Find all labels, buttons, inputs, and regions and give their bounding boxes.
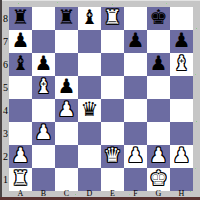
frame-left-edge — [0, 0, 2, 200]
square-b4[interactable] — [32, 99, 55, 122]
piece-black-pawn[interactable]: ♟ — [58, 76, 76, 98]
square-e3[interactable] — [101, 122, 124, 145]
rank-label-7: 7 — [2, 30, 9, 53]
square-g3[interactable] — [147, 122, 170, 145]
square-c8[interactable]: ♜ — [55, 7, 78, 30]
square-h3[interactable] — [170, 122, 193, 145]
frame-speckles — [0, 0, 1, 1]
square-c4[interactable]: ♟ — [55, 99, 78, 122]
square-h8[interactable] — [170, 7, 193, 30]
piece-black-king[interactable]: ♚ — [150, 7, 168, 29]
piece-white-pawn[interactable]: ♟ — [12, 145, 30, 167]
square-b6[interactable]: ♟ — [32, 53, 55, 76]
piece-white-pawn[interactable]: ♟ — [127, 145, 145, 167]
square-f1[interactable] — [124, 168, 147, 191]
piece-black-pawn[interactable]: ♟ — [150, 53, 168, 75]
square-h1[interactable] — [170, 168, 193, 191]
piece-black-rook[interactable]: ♜ — [58, 7, 76, 29]
piece-black-pawn[interactable]: ♟ — [12, 30, 30, 52]
square-a6[interactable]: ♝ — [9, 53, 32, 76]
piece-white-pawn[interactable]: ♟ — [173, 145, 191, 167]
rank-label-6: 6 — [2, 53, 9, 76]
square-h7[interactable]: ♟ — [170, 30, 193, 53]
rank-label-2: 2 — [2, 145, 9, 168]
square-g6[interactable]: ♟ — [147, 53, 170, 76]
square-d1[interactable] — [78, 168, 101, 191]
square-f2[interactable]: ♟ — [124, 145, 147, 168]
square-a3[interactable] — [9, 122, 32, 145]
piece-white-pawn[interactable]: ♟ — [150, 145, 168, 167]
square-c1[interactable] — [55, 168, 78, 191]
square-f6[interactable] — [124, 53, 147, 76]
square-c5[interactable]: ♟ — [55, 76, 78, 99]
square-d4[interactable]: ♛ — [78, 99, 101, 122]
square-b2[interactable] — [32, 145, 55, 168]
piece-black-bishop[interactable]: ♝ — [81, 7, 99, 29]
square-f8[interactable] — [124, 7, 147, 30]
piece-white-queen[interactable]: ♛ — [104, 145, 122, 167]
piece-black-rook[interactable]: ♜ — [12, 7, 30, 29]
square-g1[interactable]: ♚ — [147, 168, 170, 191]
square-a2[interactable]: ♟ — [9, 145, 32, 168]
square-c7[interactable] — [55, 30, 78, 53]
chessboard-frame: 87654321 ♜♜♝♜♚♟♟♟♝♟♟♝♝♟♟♛♟♟♛♟♟♟♜♚ ABCDEF… — [0, 0, 200, 200]
square-f3[interactable] — [124, 122, 147, 145]
square-b3[interactable]: ♟ — [32, 122, 55, 145]
square-d2[interactable] — [78, 145, 101, 168]
square-a1[interactable]: ♜ — [9, 168, 32, 191]
piece-white-pawn[interactable]: ♟ — [58, 99, 76, 121]
piece-white-rook[interactable]: ♜ — [104, 7, 122, 29]
square-d5[interactable] — [78, 76, 101, 99]
square-e7[interactable] — [101, 30, 124, 53]
square-a7[interactable]: ♟ — [9, 30, 32, 53]
square-g7[interactable] — [147, 30, 170, 53]
square-a4[interactable] — [9, 99, 32, 122]
piece-black-bishop[interactable]: ♝ — [12, 53, 30, 75]
square-f5[interactable] — [124, 76, 147, 99]
square-c2[interactable] — [55, 145, 78, 168]
square-d3[interactable] — [78, 122, 101, 145]
piece-black-queen[interactable]: ♛ — [81, 99, 99, 121]
frame-bottom-edge — [0, 197, 200, 200]
rank-label-5: 5 — [2, 76, 9, 99]
rank-label-3: 3 — [2, 122, 9, 145]
square-e8[interactable]: ♜ — [101, 7, 124, 30]
square-g5[interactable] — [147, 76, 170, 99]
piece-black-pawn[interactable]: ♟ — [35, 53, 53, 75]
piece-white-bishop[interactable]: ♝ — [35, 76, 53, 98]
square-d7[interactable] — [78, 30, 101, 53]
square-c3[interactable] — [55, 122, 78, 145]
square-d8[interactable]: ♝ — [78, 7, 101, 30]
square-f7[interactable]: ♟ — [124, 30, 147, 53]
square-c6[interactable] — [55, 53, 78, 76]
square-e6[interactable] — [101, 53, 124, 76]
square-e1[interactable] — [101, 168, 124, 191]
frame-top-highlight — [0, 0, 200, 1]
square-h5[interactable] — [170, 76, 193, 99]
square-e5[interactable] — [101, 76, 124, 99]
piece-white-bishop[interactable]: ♝ — [173, 53, 191, 75]
square-b7[interactable] — [32, 30, 55, 53]
square-g8[interactable]: ♚ — [147, 7, 170, 30]
square-h6[interactable]: ♝ — [170, 53, 193, 76]
square-a8[interactable]: ♜ — [9, 7, 32, 30]
piece-black-pawn[interactable]: ♟ — [173, 30, 191, 52]
square-b8[interactable] — [32, 7, 55, 30]
square-e4[interactable] — [101, 99, 124, 122]
square-g4[interactable] — [147, 99, 170, 122]
chess-board[interactable]: ♜♜♝♜♚♟♟♟♝♟♟♝♝♟♟♛♟♟♛♟♟♟♜♚ — [9, 7, 193, 191]
square-h2[interactable]: ♟ — [170, 145, 193, 168]
piece-black-pawn[interactable]: ♟ — [127, 30, 145, 52]
square-e2[interactable]: ♛ — [101, 145, 124, 168]
piece-white-king[interactable]: ♚ — [150, 168, 168, 190]
square-b1[interactable] — [32, 168, 55, 191]
square-f4[interactable] — [124, 99, 147, 122]
square-b5[interactable]: ♝ — [32, 76, 55, 99]
piece-white-rook[interactable]: ♜ — [12, 168, 30, 190]
rank-label-8: 8 — [2, 7, 9, 30]
square-a5[interactable] — [9, 76, 32, 99]
square-h4[interactable] — [170, 99, 193, 122]
rank-labels: 87654321 — [2, 7, 9, 191]
rank-label-4: 4 — [2, 99, 9, 122]
rank-label-1: 1 — [2, 168, 9, 191]
piece-white-pawn[interactable]: ♟ — [35, 122, 53, 144]
square-g2[interactable]: ♟ — [147, 145, 170, 168]
square-d6[interactable] — [78, 53, 101, 76]
